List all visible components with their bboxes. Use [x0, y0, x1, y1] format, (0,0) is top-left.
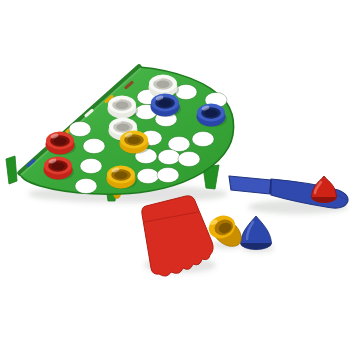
board-hole[interactable] [75, 178, 97, 193]
red-cone-on-blue-flipper[interactable] [312, 176, 337, 203]
scene-svg [0, 0, 350, 350]
board-leg-left [6, 156, 17, 184]
board-hole[interactable] [137, 168, 159, 183]
board-hole[interactable] [178, 151, 200, 166]
blue-flipper-seam [270, 180, 271, 194]
board-hole[interactable] [80, 158, 102, 173]
board-hole[interactable] [157, 167, 179, 182]
board-hole[interactable] [158, 149, 180, 164]
board-hole[interactable] [83, 138, 105, 153]
blue-cone-upright[interactable] [241, 216, 272, 250]
board-hole[interactable] [69, 121, 91, 136]
board-game-product-photo [0, 0, 350, 350]
blue-flipper-handle[interactable] [229, 176, 271, 194]
board-hole[interactable] [192, 131, 214, 146]
